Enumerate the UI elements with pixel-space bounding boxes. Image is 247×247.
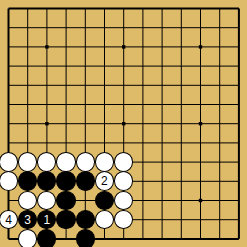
intersection[interactable] (76, 0, 95, 18)
intersection[interactable] (0, 172, 18, 191)
intersection[interactable] (152, 18, 171, 37)
intersection[interactable] (172, 229, 191, 247)
intersection[interactable] (114, 229, 133, 247)
intersection[interactable] (76, 76, 95, 95)
intersection[interactable] (210, 133, 229, 152)
intersection[interactable] (0, 37, 18, 56)
intersection[interactable] (37, 152, 56, 171)
intersection[interactable] (56, 0, 75, 18)
intersection[interactable] (172, 37, 191, 56)
intersection[interactable] (18, 133, 37, 152)
intersection[interactable] (95, 18, 114, 37)
intersection[interactable] (76, 229, 95, 247)
intersection[interactable] (76, 133, 95, 152)
stone-white[interactable] (37, 152, 56, 172)
intersection[interactable] (191, 133, 210, 152)
intersection[interactable] (18, 0, 37, 18)
stone-black[interactable] (56, 171, 75, 191)
intersection[interactable]: 2 (95, 172, 114, 191)
intersection[interactable] (191, 37, 210, 56)
intersection[interactable] (152, 56, 171, 75)
intersection[interactable] (95, 114, 114, 133)
stone-black[interactable] (76, 171, 95, 191)
intersection[interactable] (229, 191, 247, 210)
intersection[interactable] (56, 210, 75, 229)
intersection[interactable] (210, 56, 229, 75)
intersection[interactable] (133, 172, 152, 191)
intersection[interactable] (95, 229, 114, 247)
intersection[interactable] (95, 210, 114, 229)
stone-white[interactable] (18, 152, 37, 172)
stone-black[interactable] (37, 171, 56, 191)
stone-white[interactable] (95, 210, 114, 230)
intersection[interactable] (95, 76, 114, 95)
intersection[interactable] (95, 152, 114, 171)
intersection[interactable] (114, 172, 133, 191)
intersection[interactable] (133, 37, 152, 56)
intersection[interactable] (37, 76, 56, 95)
intersection[interactable] (229, 152, 247, 171)
intersection[interactable] (229, 76, 247, 95)
intersection[interactable] (114, 210, 133, 229)
stone-white[interactable] (114, 210, 133, 230)
stone-black[interactable] (95, 191, 114, 211)
intersection[interactable] (210, 229, 229, 247)
intersection[interactable] (152, 37, 171, 56)
intersection[interactable] (0, 229, 18, 247)
intersection[interactable] (0, 191, 18, 210)
intersection[interactable] (56, 76, 75, 95)
intersection[interactable] (37, 18, 56, 37)
intersection[interactable] (95, 191, 114, 210)
intersection[interactable] (172, 114, 191, 133)
intersection[interactable] (229, 37, 247, 56)
intersection[interactable] (152, 114, 171, 133)
intersection[interactable] (56, 191, 75, 210)
intersection[interactable] (18, 18, 37, 37)
go-board: 2431 (0, 0, 247, 247)
stone-white[interactable] (114, 171, 133, 191)
intersection[interactable] (114, 56, 133, 75)
intersection[interactable] (152, 191, 171, 210)
intersection[interactable] (133, 56, 152, 75)
intersection[interactable] (210, 37, 229, 56)
intersection[interactable] (191, 18, 210, 37)
intersection[interactable] (95, 133, 114, 152)
stone-black[interactable] (56, 191, 75, 211)
intersection[interactable] (152, 229, 171, 247)
intersection[interactable] (114, 95, 133, 114)
intersection[interactable] (152, 152, 171, 171)
intersection[interactable] (56, 18, 75, 37)
intersection[interactable] (76, 18, 95, 37)
intersection[interactable] (191, 172, 210, 191)
stone-white[interactable] (76, 152, 95, 172)
intersection[interactable] (210, 191, 229, 210)
intersection[interactable] (18, 95, 37, 114)
intersection[interactable] (0, 133, 18, 152)
move-number-label: 4 (5, 214, 12, 226)
intersection[interactable] (0, 56, 18, 75)
intersection[interactable] (210, 95, 229, 114)
intersection[interactable] (56, 114, 75, 133)
intersection[interactable] (152, 210, 171, 229)
intersection[interactable] (229, 133, 247, 152)
intersection[interactable] (56, 56, 75, 75)
intersection[interactable] (76, 114, 95, 133)
stone-white[interactable] (114, 152, 133, 172)
intersection[interactable] (0, 152, 18, 171)
intersection[interactable] (172, 18, 191, 37)
intersection[interactable] (133, 229, 152, 247)
intersection[interactable] (37, 229, 56, 247)
intersection[interactable] (133, 76, 152, 95)
intersection[interactable] (95, 0, 114, 18)
stone-white[interactable] (0, 171, 18, 191)
intersection[interactable] (133, 114, 152, 133)
stone-white[interactable] (18, 229, 37, 247)
intersection[interactable] (37, 191, 56, 210)
intersection[interactable] (191, 114, 210, 133)
intersection[interactable] (0, 18, 18, 37)
intersection[interactable] (152, 133, 171, 152)
intersection[interactable] (229, 0, 247, 18)
intersection[interactable] (37, 133, 56, 152)
intersection[interactable] (210, 210, 229, 229)
intersection[interactable] (0, 114, 18, 133)
intersection[interactable] (18, 191, 37, 210)
intersection[interactable] (114, 76, 133, 95)
intersection[interactable] (172, 210, 191, 229)
intersection[interactable] (152, 95, 171, 114)
intersection[interactable] (191, 95, 210, 114)
intersection[interactable] (210, 0, 229, 18)
intersection[interactable] (229, 56, 247, 75)
intersection[interactable] (56, 152, 75, 171)
stone-white[interactable]: 4 (0, 210, 18, 230)
intersection[interactable] (191, 56, 210, 75)
intersection[interactable] (76, 56, 95, 75)
intersection[interactable] (0, 95, 18, 114)
stone-black[interactable]: 1 (37, 210, 56, 230)
intersection[interactable] (95, 37, 114, 56)
intersection[interactable] (114, 152, 133, 171)
stone-white[interactable] (95, 152, 114, 172)
intersection[interactable] (172, 152, 191, 171)
intersection[interactable] (95, 95, 114, 114)
intersection[interactable] (37, 37, 56, 56)
stone-black[interactable] (76, 229, 95, 247)
intersection[interactable] (114, 133, 133, 152)
intersection[interactable] (133, 210, 152, 229)
intersection[interactable] (191, 76, 210, 95)
intersection[interactable] (133, 152, 152, 171)
stone-white[interactable] (37, 191, 56, 211)
intersection[interactable] (18, 37, 37, 56)
intersection[interactable] (114, 0, 133, 18)
intersection[interactable] (56, 133, 75, 152)
stone-black[interactable] (37, 229, 56, 247)
intersection[interactable] (172, 76, 191, 95)
intersection[interactable] (172, 133, 191, 152)
intersection[interactable] (114, 191, 133, 210)
intersection[interactable] (114, 114, 133, 133)
intersection[interactable] (191, 152, 210, 171)
intersection[interactable] (114, 37, 133, 56)
intersection[interactable] (76, 191, 95, 210)
intersection[interactable] (76, 95, 95, 114)
intersection[interactable] (191, 0, 210, 18)
intersection[interactable] (191, 191, 210, 210)
stone-white[interactable] (0, 152, 18, 172)
intersection[interactable] (133, 191, 152, 210)
intersection[interactable] (210, 172, 229, 191)
intersection[interactable] (18, 114, 37, 133)
intersection[interactable] (152, 172, 171, 191)
intersection[interactable] (229, 172, 247, 191)
intersection[interactable] (191, 210, 210, 229)
intersection[interactable] (76, 210, 95, 229)
intersection[interactable] (18, 152, 37, 171)
intersection[interactable] (37, 95, 56, 114)
move-number-label: 1 (44, 214, 51, 226)
stone-black[interactable] (18, 171, 37, 191)
intersection[interactable] (37, 56, 56, 75)
intersection[interactable] (18, 76, 37, 95)
intersection[interactable] (210, 114, 229, 133)
intersection[interactable] (133, 18, 152, 37)
stone-white[interactable]: 2 (95, 171, 114, 191)
intersection[interactable]: 4 (0, 210, 18, 229)
intersection[interactable] (229, 229, 247, 247)
intersection[interactable] (172, 95, 191, 114)
intersection[interactable] (76, 37, 95, 56)
intersection[interactable] (18, 172, 37, 191)
intersection[interactable] (37, 172, 56, 191)
intersection[interactable] (191, 229, 210, 247)
intersection[interactable] (172, 172, 191, 191)
stone-white[interactable] (18, 191, 37, 211)
intersection[interactable] (95, 56, 114, 75)
intersection[interactable] (229, 18, 247, 37)
intersection[interactable] (76, 172, 95, 191)
intersection[interactable] (56, 229, 75, 247)
intersection[interactable] (152, 76, 171, 95)
intersection[interactable] (172, 191, 191, 210)
intersection[interactable]: 1 (37, 210, 56, 229)
intersection[interactable] (56, 37, 75, 56)
intersection[interactable] (37, 114, 56, 133)
intersection[interactable] (56, 95, 75, 114)
intersection[interactable] (18, 56, 37, 75)
intersection[interactable] (56, 172, 75, 191)
stone-white[interactable] (56, 152, 75, 172)
intersection[interactable] (76, 152, 95, 171)
move-number-label: 3 (24, 214, 31, 226)
intersection[interactable] (133, 0, 152, 18)
intersection[interactable] (229, 95, 247, 114)
intersection[interactable] (18, 229, 37, 247)
intersection[interactable] (37, 0, 56, 18)
intersection[interactable] (0, 0, 18, 18)
board-grid: 2431 (0, 0, 247, 247)
intersection[interactable] (152, 0, 171, 18)
stone-white[interactable] (114, 191, 133, 211)
intersection[interactable]: 3 (18, 210, 37, 229)
intersection[interactable] (172, 56, 191, 75)
intersection[interactable] (210, 18, 229, 37)
intersection[interactable] (133, 95, 152, 114)
intersection[interactable] (0, 76, 18, 95)
intersection[interactable] (133, 133, 152, 152)
intersection[interactable] (172, 0, 191, 18)
intersection[interactable] (114, 18, 133, 37)
intersection[interactable] (229, 210, 247, 229)
intersection[interactable] (229, 114, 247, 133)
stone-black[interactable] (56, 210, 75, 230)
move-number-label: 2 (101, 175, 108, 187)
stone-black[interactable] (76, 210, 95, 230)
intersection[interactable] (210, 76, 229, 95)
stone-black[interactable]: 3 (18, 210, 37, 230)
intersection[interactable] (210, 152, 229, 171)
